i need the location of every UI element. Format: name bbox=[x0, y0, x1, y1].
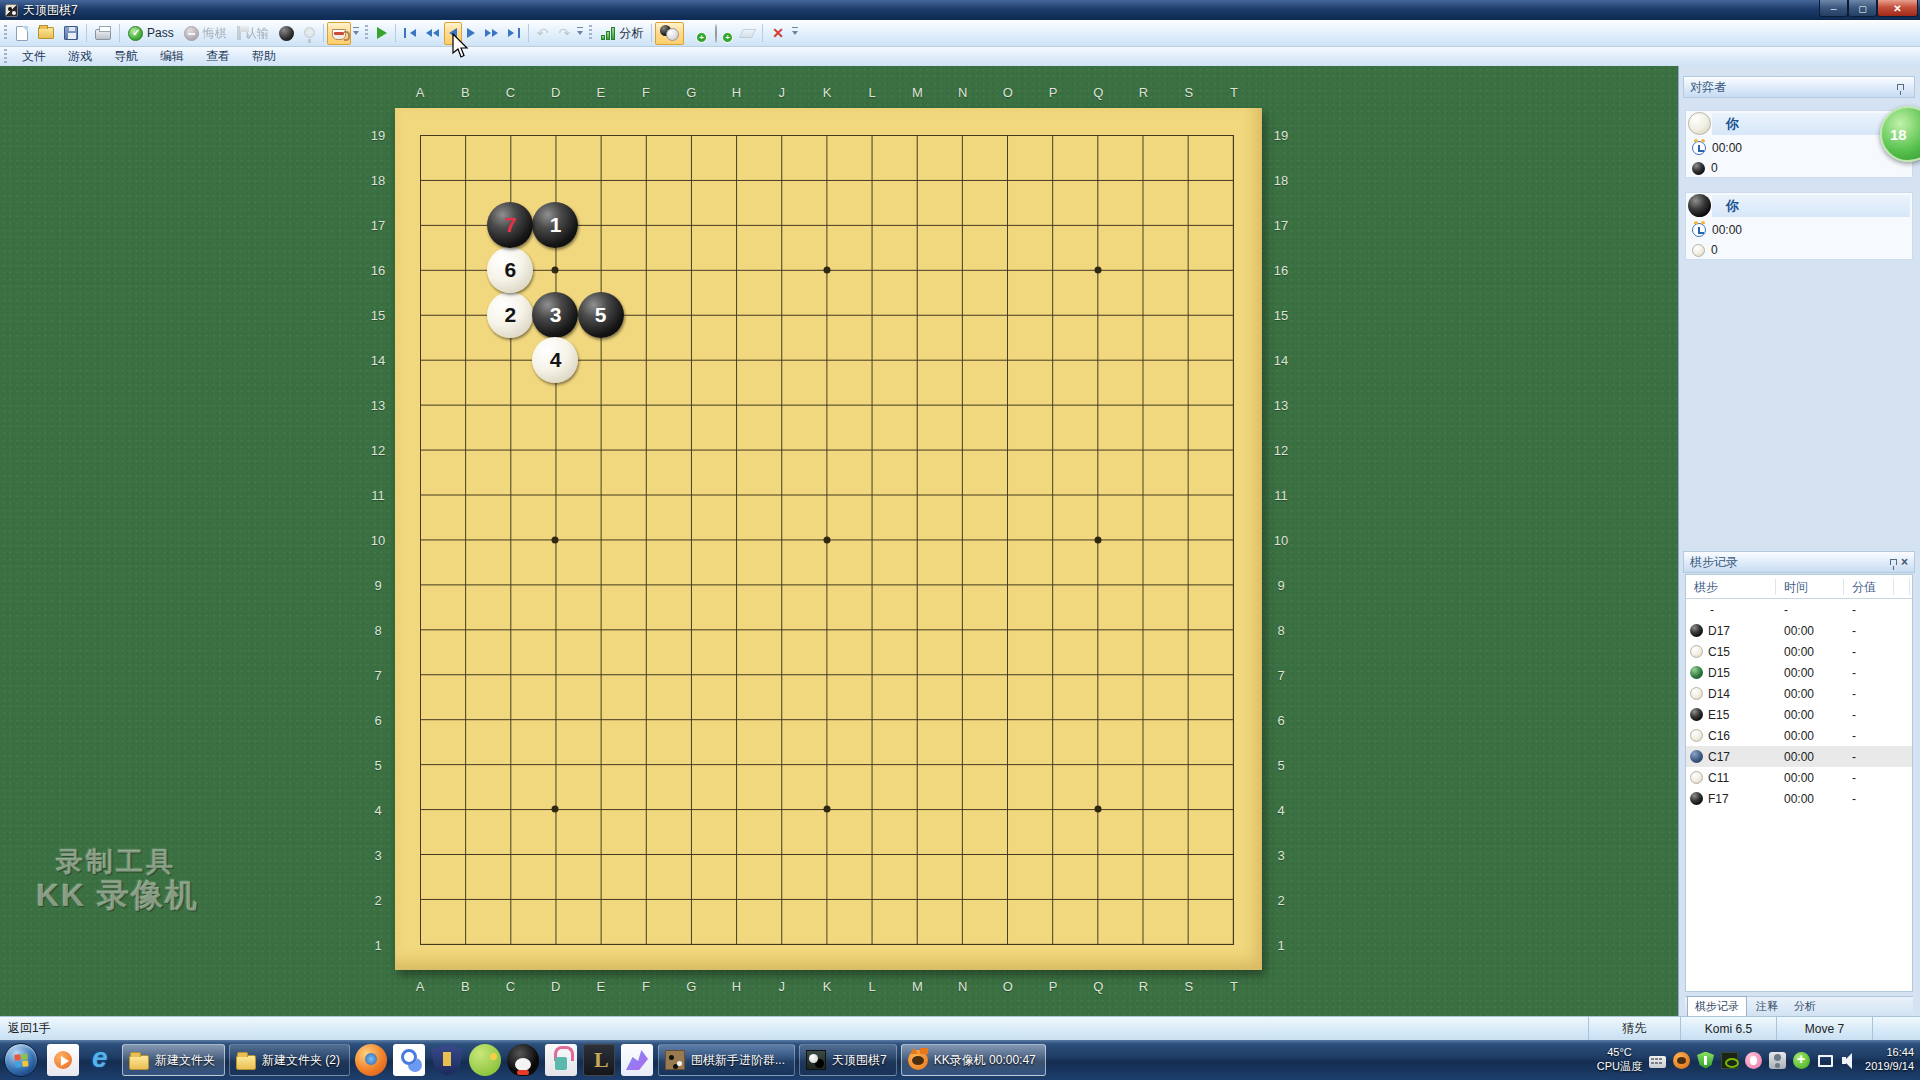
status-cell-1: 猜先 bbox=[1588, 1017, 1680, 1040]
menu-item-1[interactable]: 文件 bbox=[11, 48, 57, 65]
hint-button[interactable] bbox=[299, 22, 320, 45]
keyboard-icon[interactable] bbox=[1649, 1056, 1666, 1068]
board-row-label: 7 bbox=[374, 668, 381, 683]
board-row-label: 19 bbox=[371, 128, 385, 143]
board-col-label: K bbox=[823, 85, 832, 100]
minimize-button[interactable] bbox=[1819, 0, 1848, 17]
stone-toggle-button[interactable] bbox=[274, 22, 299, 45]
move-coord: D14 bbox=[1708, 687, 1730, 701]
status-resize-grip[interactable] bbox=[1872, 1017, 1920, 1040]
task-window-label: 天顶围棋7 bbox=[832, 1052, 887, 1069]
stone-E15[interactable]: 5 bbox=[578, 292, 624, 338]
maximize-button[interactable] bbox=[1848, 0, 1877, 17]
internet-explorer-icon[interactable] bbox=[85, 1044, 117, 1076]
move-time: 00:00 bbox=[1776, 645, 1844, 659]
board-row-label: 2 bbox=[374, 893, 381, 908]
board-col-label: M bbox=[912, 979, 923, 994]
board-row-label: 13 bbox=[371, 398, 385, 413]
qq-tray-icon[interactable] bbox=[1745, 1052, 1762, 1069]
moves-col-header: 棋步 bbox=[1686, 579, 1776, 595]
qq-group-window[interactable]: 围棋新手进阶群... bbox=[658, 1044, 795, 1076]
pin-icon[interactable] bbox=[1890, 559, 1897, 565]
kk-tray-icon[interactable] bbox=[1673, 1052, 1690, 1069]
move-stone-icon bbox=[1690, 624, 1703, 637]
stone-D14[interactable]: 4 bbox=[532, 337, 578, 383]
board-col-label: P bbox=[1049, 85, 1058, 100]
board-col-label: O bbox=[1003, 979, 1013, 994]
task-window-label: 围棋新手进阶群... bbox=[691, 1052, 785, 1069]
toolbar-overflow-1[interactable] bbox=[351, 24, 361, 42]
players-panel-title: 对弈者 bbox=[1690, 79, 1726, 96]
close-button[interactable] bbox=[1877, 0, 1918, 17]
board-row-label: 17 bbox=[371, 218, 385, 233]
save-button[interactable] bbox=[59, 22, 83, 45]
network-icon[interactable] bbox=[1817, 1053, 1834, 1070]
board-row-label: 16 bbox=[371, 263, 385, 278]
star-point bbox=[823, 806, 830, 813]
back-one-button[interactable] bbox=[444, 22, 462, 45]
board-col-label: C bbox=[506, 979, 515, 994]
board-row-label: 13 bbox=[1274, 398, 1288, 413]
blue-circles-app-icon[interactable] bbox=[393, 1044, 425, 1076]
pin-icon[interactable] bbox=[1897, 84, 1904, 90]
moves-col-header: 时间 bbox=[1776, 579, 1844, 595]
move-row[interactable]: D1700:00- bbox=[1686, 620, 1912, 641]
game-shield-icon[interactable] bbox=[431, 1044, 463, 1076]
player-card-black: 你 00:00 0 bbox=[1685, 192, 1913, 260]
star-point bbox=[1094, 266, 1101, 273]
move-stone-icon bbox=[1690, 792, 1703, 805]
moves-panel-header: 棋步记录 × bbox=[1683, 551, 1915, 573]
board-row-label: 11 bbox=[1274, 488, 1288, 503]
board-col-label: H bbox=[732, 85, 741, 100]
board-row-label: 1 bbox=[1277, 938, 1284, 953]
board-col-label: O bbox=[1003, 85, 1013, 100]
board-row-label: 14 bbox=[371, 353, 385, 368]
stone-number: 1 bbox=[550, 213, 562, 237]
stone-number: 4 bbox=[550, 348, 562, 372]
board-col-label: L bbox=[869, 85, 876, 100]
board-row-label: 9 bbox=[374, 578, 381, 593]
move-score: - bbox=[1844, 792, 1894, 806]
hint-bulb-icon bbox=[304, 27, 315, 38]
board-col-label: S bbox=[1184, 979, 1193, 994]
board-col-label: D bbox=[551, 85, 560, 100]
move-row[interactable]: D1500:00- bbox=[1686, 662, 1912, 683]
back-icon bbox=[449, 28, 457, 38]
forward-one-button[interactable] bbox=[462, 22, 480, 45]
star-point bbox=[823, 536, 830, 543]
fast-back-icon bbox=[426, 29, 432, 37]
board-col-label: T bbox=[1230, 85, 1238, 100]
go-board-icon bbox=[665, 1050, 685, 1070]
move-score: - bbox=[1844, 771, 1894, 785]
board-row-label: 6 bbox=[374, 713, 381, 728]
folder-icon bbox=[236, 1055, 256, 1070]
board-row-label: 17 bbox=[1274, 218, 1288, 233]
open-file-button[interactable] bbox=[33, 22, 59, 45]
analysis-button[interactable]: 分析 bbox=[596, 22, 648, 45]
board-col-label: H bbox=[732, 979, 741, 994]
board-row-label: 14 bbox=[1274, 353, 1288, 368]
tab-3[interactable]: 分析 bbox=[1787, 997, 1823, 1016]
move-time: 00:00 bbox=[1776, 687, 1844, 701]
board-row-label: 3 bbox=[374, 848, 381, 863]
recorder-watermark: 录制工具 KK 录像机 bbox=[36, 848, 199, 913]
stone-number: 7 bbox=[504, 213, 516, 237]
board-col-label: Q bbox=[1093, 979, 1103, 994]
new-file-icon bbox=[16, 26, 28, 41]
board-col-label: P bbox=[1049, 979, 1058, 994]
undo-move-label: 悔棋 bbox=[203, 25, 227, 42]
move-cell: - bbox=[1686, 603, 1776, 617]
go-last-button[interactable] bbox=[503, 22, 525, 45]
undo-move-icon bbox=[184, 26, 199, 41]
move-score: - bbox=[1844, 750, 1894, 764]
board-col-label: B bbox=[461, 85, 470, 100]
play-icon bbox=[377, 27, 387, 39]
league-of-legends-icon[interactable] bbox=[583, 1044, 615, 1076]
board-row-label: 18 bbox=[1274, 173, 1288, 188]
board-col-label: G bbox=[686, 85, 696, 100]
move-row[interactable]: --- bbox=[1686, 599, 1912, 620]
board-row-label: 7 bbox=[1277, 668, 1284, 683]
stone-number: 3 bbox=[550, 303, 562, 327]
alternate-stones-button[interactable] bbox=[655, 22, 684, 45]
move-score: - bbox=[1844, 666, 1894, 680]
board-col-label: M bbox=[912, 85, 923, 100]
moves-col-header: 分值 bbox=[1844, 579, 1894, 595]
move-time: - bbox=[1776, 603, 1844, 617]
redo-arrow-icon: ↷ bbox=[558, 26, 570, 40]
moves-table: 棋步时间分值 ---D1700:00-C1500:00-D1500:00-D14… bbox=[1685, 574, 1913, 992]
move-score: - bbox=[1844, 624, 1894, 638]
undo-arrow-icon: ↶ bbox=[537, 26, 549, 40]
move-cell: C17 bbox=[1686, 750, 1776, 764]
open-folder-icon bbox=[38, 27, 54, 39]
fast-back-button[interactable] bbox=[421, 22, 444, 45]
board-col-label: A bbox=[416, 979, 425, 994]
forward-icon bbox=[467, 28, 475, 38]
board-col-label: G bbox=[686, 979, 696, 994]
move-row[interactable]: D1400:00- bbox=[1686, 683, 1912, 704]
menu-grip[interactable] bbox=[4, 49, 7, 65]
count-button[interactable] bbox=[327, 22, 351, 45]
move-coord: C15 bbox=[1708, 645, 1730, 659]
task-window-label: KK录像机 00:00:47 bbox=[934, 1052, 1036, 1069]
tab-1[interactable]: 棋步记录 bbox=[1687, 996, 1747, 1016]
cup-icon bbox=[332, 29, 346, 40]
tab-2[interactable]: 注释 bbox=[1749, 997, 1785, 1016]
move-row[interactable]: C1700:00- bbox=[1686, 746, 1912, 767]
blue-bird-icon[interactable] bbox=[621, 1044, 653, 1076]
moves-panel-tabs: 棋步记录注释分析 bbox=[1685, 996, 1913, 1016]
board-row-label: 12 bbox=[1274, 443, 1288, 458]
move-cell: C15 bbox=[1686, 645, 1776, 659]
menu-item-6[interactable]: 帮助 bbox=[241, 48, 287, 65]
delete-button[interactable] bbox=[766, 22, 790, 45]
players-panel-header: 对弈者 bbox=[1683, 76, 1915, 98]
moves-panel-title: 棋步记录 bbox=[1690, 554, 1738, 571]
stone-number: 6 bbox=[504, 258, 516, 282]
board-col-label: R bbox=[1139, 85, 1148, 100]
move-score: - bbox=[1844, 645, 1894, 659]
move-row[interactable]: C1100:00- bbox=[1686, 767, 1912, 788]
star-point bbox=[823, 266, 830, 273]
add-white-stone-button[interactable] bbox=[710, 22, 736, 45]
board-row-label: 4 bbox=[1277, 803, 1284, 818]
black-player-stone-icon bbox=[1688, 194, 1711, 217]
pass-icon bbox=[128, 26, 143, 41]
print-button[interactable] bbox=[90, 22, 116, 45]
kk-recorder-window[interactable]: KK录像机 00:00:47 bbox=[901, 1044, 1046, 1076]
close-panel-icon[interactable]: × bbox=[1901, 557, 1908, 567]
resign-button[interactable]: 认输 bbox=[232, 22, 274, 45]
toolbar-overflow-3[interactable] bbox=[790, 24, 800, 42]
status-message: 返回1手 bbox=[0, 1020, 1588, 1037]
move-row[interactable]: F1700:00- bbox=[1686, 788, 1912, 809]
move-coord: D17 bbox=[1708, 624, 1730, 638]
menu-item-5[interactable]: 查看 bbox=[195, 48, 241, 65]
board-row-label: 5 bbox=[374, 758, 381, 773]
toolbar-overflow-2[interactable] bbox=[575, 24, 585, 42]
move-time: 00:00 bbox=[1776, 708, 1844, 722]
board-row-label: 3 bbox=[1277, 848, 1284, 863]
watermark-line2: KK 录像机 bbox=[36, 878, 199, 913]
folder-icon bbox=[129, 1055, 149, 1070]
stone-number: 2 bbox=[504, 303, 516, 327]
fast-forward-button[interactable] bbox=[480, 22, 503, 45]
moves-table-header: 棋步时间分值 bbox=[1686, 575, 1912, 599]
board-col-label: F bbox=[642, 85, 650, 100]
main-area: 1234567 AABBCCDDEEFFGGHHJJKKLLMMNNOOPPQQ… bbox=[0, 66, 1920, 1016]
stone-C16[interactable]: 6 bbox=[487, 247, 533, 293]
stone-D17[interactable]: 1 bbox=[532, 202, 578, 248]
move-stone-icon bbox=[1690, 687, 1703, 700]
folder-window-2[interactable]: 新建文件夹 (2) bbox=[229, 1044, 350, 1076]
board-row-label: 4 bbox=[374, 803, 381, 818]
move-time: 00:00 bbox=[1776, 666, 1844, 680]
stone-C15[interactable]: 2 bbox=[487, 292, 533, 338]
board-row-label: 1 bbox=[374, 938, 381, 953]
go-first-button[interactable] bbox=[399, 22, 421, 45]
watermark-line1: 录制工具 bbox=[36, 848, 199, 878]
board-col-label: B bbox=[461, 979, 470, 994]
firefox-icon[interactable] bbox=[355, 1044, 387, 1076]
board-col-label: J bbox=[779, 979, 786, 994]
move-stone-icon bbox=[1690, 750, 1703, 763]
cpu-temp: 45°C CPU温度 bbox=[1597, 1046, 1642, 1074]
task-window-label: 新建文件夹 (2) bbox=[262, 1052, 340, 1069]
move-score: - bbox=[1844, 708, 1894, 722]
zen-go-window[interactable]: 天顶围棋7 bbox=[799, 1044, 897, 1076]
status-cell-2: Komi 6.5 bbox=[1680, 1017, 1776, 1040]
media-player-icon[interactable] bbox=[47, 1044, 79, 1076]
white-player-time: 00:00 bbox=[1712, 141, 1742, 155]
resign-icon bbox=[237, 26, 241, 40]
white-player-name: 你 bbox=[1726, 115, 1739, 133]
shopping-bag-icon[interactable] bbox=[545, 1044, 577, 1076]
board-col-label: K bbox=[823, 979, 832, 994]
move-time: 00:00 bbox=[1776, 729, 1844, 743]
board-row-label: 2 bbox=[1277, 893, 1284, 908]
board-col-label: D bbox=[551, 979, 560, 994]
board-col-label: N bbox=[958, 85, 967, 100]
move-stone-icon bbox=[1690, 771, 1703, 784]
board-row-label: 8 bbox=[374, 623, 381, 638]
toolbar-grip-3[interactable] bbox=[589, 25, 592, 41]
green-pacman-icon[interactable] bbox=[469, 1044, 501, 1076]
menu-item-2[interactable]: 游戏 bbox=[57, 48, 103, 65]
black-player-captures: 0 bbox=[1711, 243, 1718, 257]
right-panel: 对弈者 你 00:00 0 你 00:00 0 棋步记录 × 棋步时间分值 --… bbox=[1678, 66, 1920, 1016]
board-grid[interactable]: 1234567 bbox=[420, 135, 1234, 945]
toolbar: Pass 悔棋 认输 ↶ ↷ 分析 bbox=[0, 20, 1920, 47]
board-col-label: L bbox=[869, 979, 876, 994]
board-col-label: R bbox=[1139, 979, 1148, 994]
star-point bbox=[552, 266, 559, 273]
window-title: 天顶围棋7 bbox=[23, 2, 78, 19]
board-col-label: A bbox=[416, 85, 425, 100]
move-row[interactable]: C1500:00- bbox=[1686, 641, 1912, 662]
task-window-label: 新建文件夹 bbox=[155, 1052, 215, 1069]
board-row-label: 10 bbox=[1274, 533, 1288, 548]
white-player-captures: 0 bbox=[1711, 161, 1718, 175]
move-cell: C11 bbox=[1686, 771, 1776, 785]
eraser-icon bbox=[739, 29, 756, 38]
badge-count: 18 bbox=[1890, 126, 1907, 143]
move-cell: D15 bbox=[1686, 666, 1776, 680]
pass-button[interactable]: Pass bbox=[123, 22, 179, 45]
moves-col-header-extra bbox=[1894, 579, 1910, 595]
black-player-name: 你 bbox=[1726, 197, 1739, 215]
board-row-label: 11 bbox=[371, 488, 385, 503]
start-button[interactable] bbox=[4, 1043, 38, 1077]
menu-item-4[interactable]: 编辑 bbox=[149, 48, 195, 65]
board-row-label: 6 bbox=[1277, 713, 1284, 728]
board-row-label: 9 bbox=[1277, 578, 1284, 593]
star-point bbox=[1094, 806, 1101, 813]
board-col-label: E bbox=[597, 85, 606, 100]
menu-bar: 文件游戏导航编辑查看帮助 bbox=[0, 47, 1920, 66]
board-row-label: 12 bbox=[371, 443, 385, 458]
move-time: 00:00 bbox=[1776, 750, 1844, 764]
move-cell: F17 bbox=[1686, 792, 1776, 806]
board-col-label: N bbox=[958, 979, 967, 994]
analysis-chart-icon bbox=[601, 26, 615, 40]
board-col-label: Q bbox=[1093, 85, 1103, 100]
move-cell: C16 bbox=[1686, 729, 1776, 743]
app-icon bbox=[5, 4, 18, 17]
print-icon bbox=[95, 29, 111, 40]
move-stone-icon bbox=[1690, 645, 1703, 658]
move-stone-icon bbox=[1690, 708, 1703, 721]
board-row-label: 15 bbox=[1274, 308, 1288, 323]
board-row-label: 16 bbox=[1274, 263, 1288, 278]
first-move-icon bbox=[410, 29, 416, 37]
add-black-stone-icon bbox=[689, 25, 705, 41]
antivirus-icon[interactable] bbox=[1697, 1052, 1714, 1069]
toolbar-grip[interactable] bbox=[4, 25, 7, 41]
board-col-label: C bbox=[506, 85, 515, 100]
windows-logo-icon bbox=[14, 1053, 29, 1068]
new-file-button[interactable] bbox=[11, 22, 33, 45]
star-point bbox=[552, 806, 559, 813]
qq-icon[interactable] bbox=[507, 1044, 539, 1076]
undo-move-button[interactable]: 悔棋 bbox=[179, 22, 232, 45]
move-score: - bbox=[1844, 603, 1894, 617]
title-bar: 天顶围棋7 bbox=[0, 0, 1920, 20]
clock-icon bbox=[1692, 141, 1706, 155]
status-bar: 返回1手 猜先Komi 6.5Move 7 bbox=[0, 1016, 1920, 1040]
add-black-stone-button[interactable] bbox=[684, 22, 710, 45]
move-time: 00:00 bbox=[1776, 771, 1844, 785]
clock-icon bbox=[1692, 223, 1706, 237]
move-coord: F17 bbox=[1708, 792, 1729, 806]
board-col-label: S bbox=[1184, 85, 1193, 100]
move-score: - bbox=[1844, 687, 1894, 701]
stone-number: 5 bbox=[595, 303, 607, 327]
go-board: 1234567 bbox=[395, 108, 1262, 970]
pass-label: Pass bbox=[147, 26, 174, 40]
board-col-label: F bbox=[642, 979, 650, 994]
erase-stone-button[interactable] bbox=[736, 22, 759, 45]
black-player-time: 00:00 bbox=[1712, 223, 1742, 237]
move-row[interactable]: E1500:00- bbox=[1686, 704, 1912, 725]
user-agent-icon[interactable] bbox=[1769, 1052, 1786, 1069]
save-icon bbox=[64, 26, 78, 40]
board-row-label: 18 bbox=[371, 173, 385, 188]
move-cell: D17 bbox=[1686, 624, 1776, 638]
redo-button[interactable]: ↷ bbox=[553, 22, 575, 45]
black-stone-icon bbox=[279, 26, 294, 41]
fast-forward-icon bbox=[485, 29, 491, 37]
move-time: 00:00 bbox=[1776, 624, 1844, 638]
system-tray: 45°C CPU温度 16:44 2019/9/14 bbox=[1597, 1046, 1920, 1074]
board-row-label: 10 bbox=[371, 533, 385, 548]
folder-window-1[interactable]: 新建文件夹 bbox=[122, 1044, 225, 1076]
board-row-label: 19 bbox=[1274, 128, 1288, 143]
move-cell: E15 bbox=[1686, 708, 1776, 722]
undo-button[interactable]: ↶ bbox=[532, 22, 554, 45]
move-row[interactable]: C1600:00- bbox=[1686, 725, 1912, 746]
toolbar-grip-2[interactable] bbox=[365, 25, 368, 41]
stone-C17[interactable]: 7 bbox=[487, 202, 533, 248]
move-time: 00:00 bbox=[1776, 792, 1844, 806]
clock[interactable]: 16:44 2019/9/14 bbox=[1865, 1046, 1914, 1074]
add-white-stone-icon bbox=[715, 25, 731, 41]
move-stone-icon bbox=[1690, 666, 1703, 679]
star-point bbox=[552, 536, 559, 543]
volume-icon[interactable] bbox=[1841, 1052, 1858, 1069]
move-cell: D14 bbox=[1686, 687, 1776, 701]
stone-D15[interactable]: 3 bbox=[532, 292, 578, 338]
move-coord: D15 bbox=[1708, 666, 1730, 680]
captured-white-stone-icon bbox=[1692, 244, 1705, 257]
updater-icon[interactable] bbox=[1793, 1052, 1810, 1069]
menu-item-3[interactable]: 导航 bbox=[103, 48, 149, 65]
play-button[interactable] bbox=[372, 22, 392, 45]
board-row-label: 15 bbox=[371, 308, 385, 323]
nvidia-icon[interactable] bbox=[1721, 1052, 1738, 1069]
board-col-label: T bbox=[1230, 979, 1238, 994]
last-move-icon bbox=[508, 29, 514, 37]
move-coord: E15 bbox=[1708, 708, 1729, 722]
player-card-white: 你 00:00 0 bbox=[1685, 110, 1913, 178]
board-row-label: 5 bbox=[1277, 758, 1284, 773]
board-row-label: 8 bbox=[1277, 623, 1284, 638]
delete-x-icon bbox=[771, 26, 785, 40]
